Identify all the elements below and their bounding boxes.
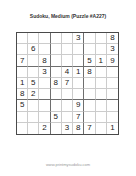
cell-r5c8 <box>96 78 107 89</box>
cell-r1c9: 8 <box>107 33 118 44</box>
cell-r8c3 <box>39 112 50 123</box>
cell-r6c1: 8 <box>17 89 28 100</box>
cell-r5c7 <box>84 78 95 89</box>
cell-r9c2 <box>28 123 39 134</box>
cell-r1c2 <box>28 33 39 44</box>
cell-r7c3 <box>39 100 50 111</box>
cell-r8c2 <box>28 112 39 123</box>
cell-r9c7: 7 <box>84 123 95 134</box>
cell-r3c4 <box>51 55 62 66</box>
cell-r1c7 <box>84 33 95 44</box>
cell-r4c7: 8 <box>84 67 95 78</box>
cell-r2c2: 6 <box>28 44 39 55</box>
cell-r6c7 <box>84 89 95 100</box>
cell-r5c2: 5 <box>28 78 39 89</box>
cell-r9c9: 1 <box>107 123 118 134</box>
cell-r1c3 <box>39 33 50 44</box>
cell-r2c9: 3 <box>107 44 118 55</box>
cell-r8c7 <box>84 112 95 123</box>
cell-r7c2 <box>28 100 39 111</box>
cell-r3c6 <box>73 55 84 66</box>
cell-r6c8 <box>96 89 107 100</box>
cell-r8c1 <box>17 112 28 123</box>
cell-r2c1 <box>17 44 28 55</box>
page-title: Sudoku, Medium (Puzzle #A227) <box>0 13 136 19</box>
cell-r9c4 <box>51 123 62 134</box>
cell-r6c3 <box>39 89 50 100</box>
cell-r5c5: 7 <box>62 78 73 89</box>
cell-r2c5 <box>62 44 73 55</box>
cell-r4c2 <box>28 67 39 78</box>
cell-r4c8 <box>96 67 107 78</box>
cell-r5c4: 8 <box>51 78 62 89</box>
sudoku-grid: 3863785193418158782595723871 <box>16 32 119 135</box>
cell-r8c5 <box>62 112 73 123</box>
cell-r4c1 <box>17 67 28 78</box>
cell-r1c8 <box>96 33 107 44</box>
cell-r3c7: 5 <box>84 55 95 66</box>
cell-r1c5 <box>62 33 73 44</box>
cell-r7c5 <box>62 100 73 111</box>
cell-r6c9 <box>107 89 118 100</box>
cell-r3c2 <box>28 55 39 66</box>
cell-r4c5: 4 <box>62 67 73 78</box>
sudoku-page: Sudoku, Medium (Puzzle #A227) 3863785193… <box>0 0 136 176</box>
cell-r4c3: 3 <box>39 67 50 78</box>
cell-r7c7 <box>84 100 95 111</box>
cell-r7c8 <box>96 100 107 111</box>
cell-r8c4: 5 <box>51 112 62 123</box>
cell-r2c6 <box>73 44 84 55</box>
cell-r7c6: 9 <box>73 100 84 111</box>
cell-r3c1: 7 <box>17 55 28 66</box>
cell-r7c4 <box>51 100 62 111</box>
cell-r8c6: 7 <box>73 112 84 123</box>
cell-r1c1 <box>17 33 28 44</box>
cell-r2c7 <box>84 44 95 55</box>
cell-r7c1: 5 <box>17 100 28 111</box>
cell-r7c9 <box>107 100 118 111</box>
cell-r3c8: 1 <box>96 55 107 66</box>
cell-r2c3 <box>39 44 50 55</box>
cell-r3c3: 8 <box>39 55 50 66</box>
cell-r9c8 <box>96 123 107 134</box>
cell-r6c4 <box>51 89 62 100</box>
cell-r4c6: 1 <box>73 67 84 78</box>
cell-r5c6 <box>73 78 84 89</box>
cell-r4c9 <box>107 67 118 78</box>
cell-r1c4 <box>51 33 62 44</box>
cell-r3c5 <box>62 55 73 66</box>
cell-r9c3: 2 <box>39 123 50 134</box>
cell-r4c4 <box>51 67 62 78</box>
footer-url: www.printmysudoku.com <box>0 162 136 167</box>
cell-r3c9: 9 <box>107 55 118 66</box>
cell-r9c6: 8 <box>73 123 84 134</box>
cell-r1c6: 3 <box>73 33 84 44</box>
cell-r9c5: 3 <box>62 123 73 134</box>
cell-r8c8 <box>96 112 107 123</box>
cell-r2c4 <box>51 44 62 55</box>
cell-r9c1 <box>17 123 28 134</box>
cell-r6c5 <box>62 89 73 100</box>
cell-r2c8 <box>96 44 107 55</box>
cell-r6c6 <box>73 89 84 100</box>
cell-r5c3 <box>39 78 50 89</box>
cell-r5c1: 1 <box>17 78 28 89</box>
cell-r8c9 <box>107 112 118 123</box>
cell-r6c2: 2 <box>28 89 39 100</box>
cell-r5c9 <box>107 78 118 89</box>
